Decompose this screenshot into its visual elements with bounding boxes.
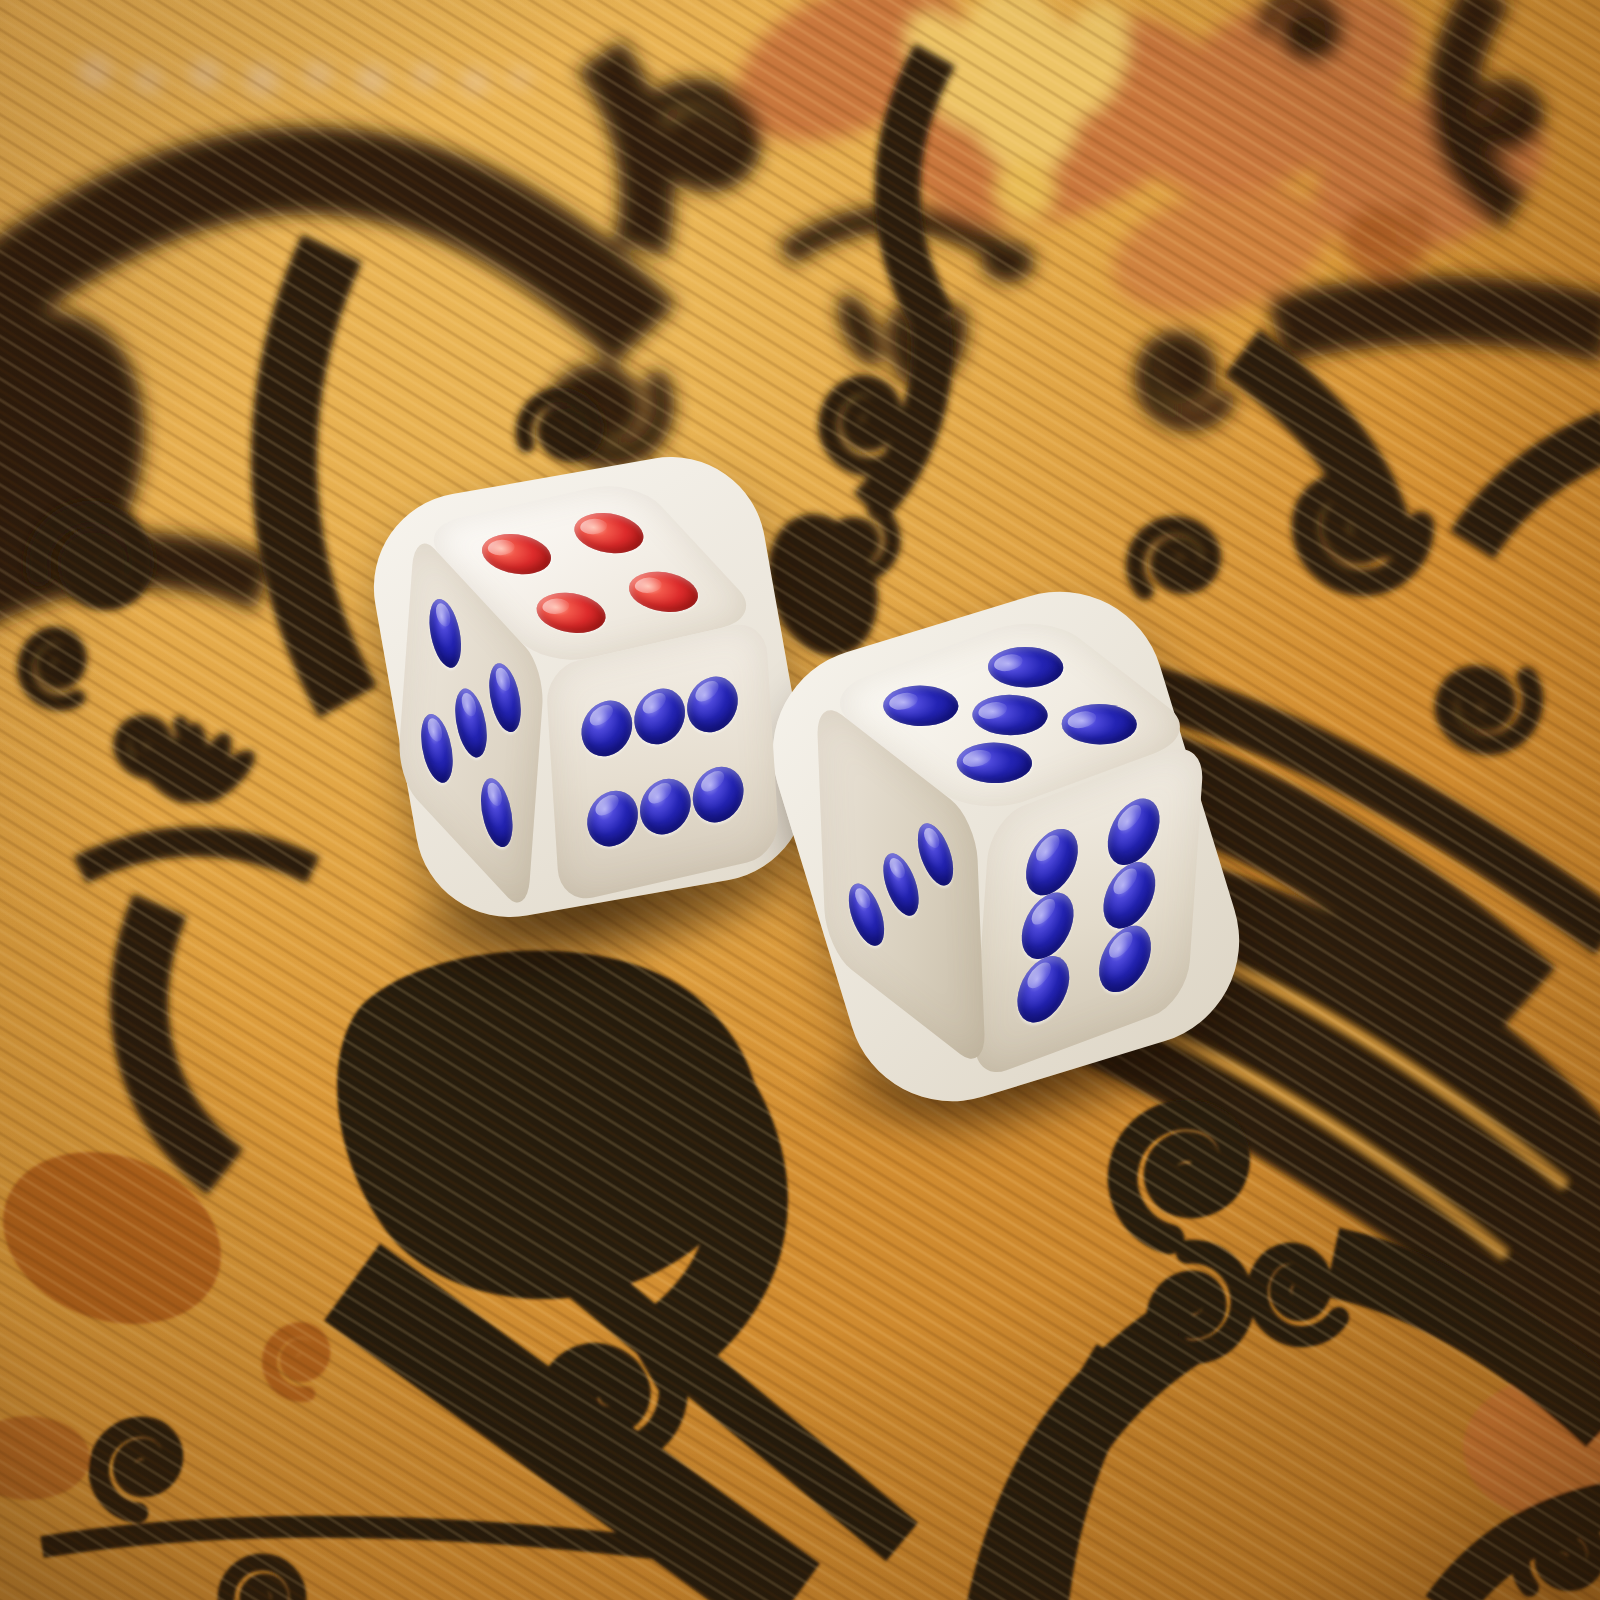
die-left-front-face [545, 618, 780, 905]
pip-blue [1101, 854, 1157, 937]
pip-blue [427, 587, 463, 681]
pip-blue [479, 766, 515, 860]
pip-blue [580, 695, 634, 761]
pip-blue [633, 683, 687, 749]
dice-photo-scene [0, 0, 1600, 1600]
pip-blue [1047, 696, 1152, 752]
pip-blue [691, 762, 745, 828]
pip-blue [868, 678, 973, 734]
pip-blue [917, 813, 954, 896]
pip-red [616, 566, 711, 617]
pip-blue [1015, 948, 1071, 1031]
pip-blue [487, 651, 523, 745]
pip-blue [1024, 821, 1080, 904]
pip-blue [882, 843, 919, 926]
pip-blue [848, 873, 885, 956]
pip-blue [958, 687, 1063, 743]
pip-blue [586, 786, 640, 852]
pip-red [524, 587, 619, 638]
pip-blue [638, 774, 692, 840]
pip-blue [1097, 918, 1153, 1001]
pip-blue [973, 639, 1078, 695]
pip-blue [453, 676, 489, 770]
pip-blue [942, 735, 1047, 791]
pip-blue [1020, 884, 1076, 967]
pip-red [562, 507, 657, 558]
pip-blue [685, 671, 739, 737]
pip-blue [1106, 790, 1162, 873]
pip-blue [419, 702, 455, 796]
pip-red [469, 528, 564, 579]
